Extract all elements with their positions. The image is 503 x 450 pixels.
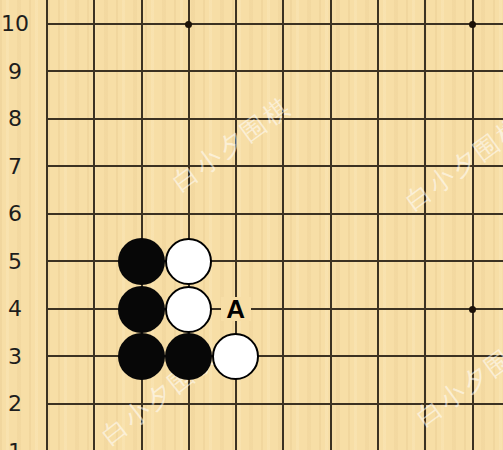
star-point: [469, 21, 476, 28]
board-gridlines-horizontal: [46, 23, 503, 450]
black-stone[interactable]: [118, 333, 165, 380]
row-label: 6: [0, 202, 30, 226]
black-stone[interactable]: [165, 333, 212, 380]
row-label: 7: [0, 155, 30, 179]
point-label-A[interactable]: A: [221, 297, 251, 321]
go-board[interactable]: 10987654321白小夕围棋白小夕围棋白小夕围棋白小夕围棋A: [0, 0, 503, 450]
white-stone[interactable]: [165, 286, 212, 333]
row-label: 8: [0, 107, 30, 131]
row-label: 3: [0, 345, 30, 369]
row-label: 10: [0, 12, 30, 36]
star-point: [469, 306, 476, 313]
star-point: [185, 21, 192, 28]
row-label: 1: [0, 440, 30, 450]
white-stone[interactable]: [212, 333, 259, 380]
black-stone[interactable]: [118, 238, 165, 285]
white-stone[interactable]: [165, 238, 212, 285]
row-label: 5: [0, 250, 30, 274]
row-label: 2: [0, 392, 30, 416]
black-stone[interactable]: [118, 286, 165, 333]
row-label: 4: [0, 297, 30, 321]
row-label: 9: [0, 60, 30, 84]
